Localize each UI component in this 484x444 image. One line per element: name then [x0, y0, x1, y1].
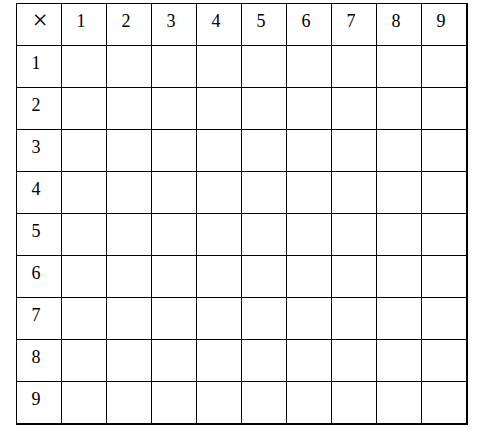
- cell-r9-c5[interactable]: [242, 382, 287, 424]
- row-header-label: 7: [32, 306, 41, 324]
- row-header-label: 2: [32, 96, 41, 114]
- cell-r1-c6[interactable]: [287, 46, 332, 88]
- col-header-label: 2: [122, 12, 131, 30]
- cell-r3-c7[interactable]: [332, 130, 377, 172]
- cell-r9-c8[interactable]: [377, 382, 422, 424]
- cell-r6-c3[interactable]: [152, 256, 197, 298]
- cell-r5-c5[interactable]: [242, 214, 287, 256]
- col-header-2: 2: [107, 4, 152, 46]
- cell-r7-c7[interactable]: [332, 298, 377, 340]
- cell-r8-c1[interactable]: [62, 340, 107, 382]
- cell-r2-c1[interactable]: [62, 88, 107, 130]
- cell-r3-c4[interactable]: [197, 130, 242, 172]
- row-header-6: 6: [17, 256, 62, 298]
- cell-r5-c8[interactable]: [377, 214, 422, 256]
- cell-r8-c2[interactable]: [107, 340, 152, 382]
- cell-r4-c2[interactable]: [107, 172, 152, 214]
- cell-r2-c2[interactable]: [107, 88, 152, 130]
- cell-r9-c7[interactable]: [332, 382, 377, 424]
- cell-r4-c6[interactable]: [287, 172, 332, 214]
- row-header-1: 1: [17, 46, 62, 88]
- col-header-8: 8: [377, 4, 422, 46]
- cell-r3-c8[interactable]: [377, 130, 422, 172]
- cell-r2-c4[interactable]: [197, 88, 242, 130]
- col-header-7: 7: [332, 4, 377, 46]
- col-header-1: 1: [62, 4, 107, 46]
- cell-r9-c2[interactable]: [107, 382, 152, 424]
- cell-r1-c1[interactable]: [62, 46, 107, 88]
- cell-r3-c3[interactable]: [152, 130, 197, 172]
- cell-r6-c9[interactable]: [422, 256, 467, 298]
- cell-r1-c9[interactable]: [422, 46, 467, 88]
- col-header-label: 9: [437, 12, 446, 30]
- cell-r8-c7[interactable]: [332, 340, 377, 382]
- cell-r7-c6[interactable]: [287, 298, 332, 340]
- cell-r1-c3[interactable]: [152, 46, 197, 88]
- cell-r9-c3[interactable]: [152, 382, 197, 424]
- cell-r8-c4[interactable]: [197, 340, 242, 382]
- row-header-label: 8: [32, 348, 41, 366]
- cell-r5-c2[interactable]: [107, 214, 152, 256]
- row-header-5: 5: [17, 214, 62, 256]
- col-header-label: 3: [167, 12, 176, 30]
- cell-r7-c4[interactable]: [197, 298, 242, 340]
- row-header-label: 9: [32, 390, 41, 408]
- row-header-label: 4: [32, 180, 41, 198]
- cell-r2-c3[interactable]: [152, 88, 197, 130]
- cell-r2-c9[interactable]: [422, 88, 467, 130]
- cell-r2-c7[interactable]: [332, 88, 377, 130]
- row-header-7: 7: [17, 298, 62, 340]
- row-header-label: 1: [32, 54, 41, 72]
- cell-r1-c7[interactable]: [332, 46, 377, 88]
- cell-r2-c5[interactable]: [242, 88, 287, 130]
- multiply-icon: ×: [32, 7, 47, 34]
- cell-r4-c3[interactable]: [152, 172, 197, 214]
- cell-r6-c5[interactable]: [242, 256, 287, 298]
- row-header-label: 6: [32, 264, 41, 282]
- cell-r7-c1[interactable]: [62, 298, 107, 340]
- col-header-label: 6: [302, 12, 311, 30]
- cell-r5-c4[interactable]: [197, 214, 242, 256]
- cell-r6-c1[interactable]: [62, 256, 107, 298]
- cell-r3-c2[interactable]: [107, 130, 152, 172]
- cell-r3-c9[interactable]: [422, 130, 467, 172]
- cell-r8-c8[interactable]: [377, 340, 422, 382]
- cell-r8-c6[interactable]: [287, 340, 332, 382]
- cell-r7-c9[interactable]: [422, 298, 467, 340]
- col-header-label: 4: [212, 12, 221, 30]
- cell-r5-c6[interactable]: [287, 214, 332, 256]
- row-header-9: 9: [17, 382, 62, 424]
- cell-r6-c4[interactable]: [197, 256, 242, 298]
- col-header-6: 6: [287, 4, 332, 46]
- cell-r4-c9[interactable]: [422, 172, 467, 214]
- cell-r2-c8[interactable]: [377, 88, 422, 130]
- cell-r1-c2[interactable]: [107, 46, 152, 88]
- col-header-label: 1: [77, 12, 86, 30]
- cell-r9-c9[interactable]: [422, 382, 467, 424]
- cell-r3-c6[interactable]: [287, 130, 332, 172]
- cell-r3-c1[interactable]: [62, 130, 107, 172]
- col-header-label: 7: [347, 12, 356, 30]
- cell-r5-c9[interactable]: [422, 214, 467, 256]
- cell-r7-c2[interactable]: [107, 298, 152, 340]
- cell-r7-c5[interactable]: [242, 298, 287, 340]
- cell-r4-c4[interactable]: [197, 172, 242, 214]
- row-header-3: 3: [17, 130, 62, 172]
- cell-r8-c5[interactable]: [242, 340, 287, 382]
- col-header-3: 3: [152, 4, 197, 46]
- cell-r1-c5[interactable]: [242, 46, 287, 88]
- cell-r4-c5[interactable]: [242, 172, 287, 214]
- cell-r4-c1[interactable]: [62, 172, 107, 214]
- cell-r6-c8[interactable]: [377, 256, 422, 298]
- multiplication-grid: ×123456789123456789: [16, 3, 468, 425]
- cell-r5-c3[interactable]: [152, 214, 197, 256]
- row-header-8: 8: [17, 340, 62, 382]
- cell-r7-c3[interactable]: [152, 298, 197, 340]
- cell-r2-c6[interactable]: [287, 88, 332, 130]
- cell-r7-c8[interactable]: [377, 298, 422, 340]
- row-header-label: 3: [32, 138, 41, 156]
- cell-r9-c1[interactable]: [62, 382, 107, 424]
- col-header-label: 5: [257, 12, 266, 30]
- cell-r6-c6[interactable]: [287, 256, 332, 298]
- row-header-4: 4: [17, 172, 62, 214]
- operator-cell: ×: [17, 4, 62, 46]
- cell-r5-c7[interactable]: [332, 214, 377, 256]
- row-header-2: 2: [17, 88, 62, 130]
- cell-r4-c7[interactable]: [332, 172, 377, 214]
- cell-r3-c5[interactable]: [242, 130, 287, 172]
- col-header-4: 4: [197, 4, 242, 46]
- cell-r5-c1[interactable]: [62, 214, 107, 256]
- col-header-9: 9: [422, 4, 467, 46]
- cell-r4-c8[interactable]: [377, 172, 422, 214]
- cell-r1-c4[interactable]: [197, 46, 242, 88]
- cell-r9-c4[interactable]: [197, 382, 242, 424]
- cell-r8-c9[interactable]: [422, 340, 467, 382]
- cell-r6-c2[interactable]: [107, 256, 152, 298]
- col-header-5: 5: [242, 4, 287, 46]
- cell-r8-c3[interactable]: [152, 340, 197, 382]
- row-header-label: 5: [32, 222, 41, 240]
- cell-r6-c7[interactable]: [332, 256, 377, 298]
- cell-r1-c8[interactable]: [377, 46, 422, 88]
- cell-r9-c6[interactable]: [287, 382, 332, 424]
- col-header-label: 8: [392, 12, 401, 30]
